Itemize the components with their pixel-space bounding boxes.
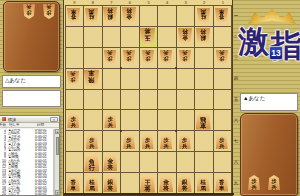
board-square-4b[interactable] <box>158 27 176 48</box>
gote-hand-piece-歩[interactable]: 歩兵 <box>23 4 35 19</box>
kifu-window: 棋譜 × 手数 指し手 時間 1▲2六歩0:00:012△8四歩0:00:013… <box>0 115 60 196</box>
board-square-7g[interactable] <box>103 131 121 152</box>
board-square-8b[interactable] <box>84 27 102 48</box>
board-square-7e[interactable] <box>103 90 121 111</box>
board-square-4h[interactable] <box>158 152 176 173</box>
board-square-9e[interactable] <box>66 90 84 111</box>
board-square-1d[interactable] <box>214 69 232 90</box>
kifu-window-icon <box>2 117 6 121</box>
sente-hand-piece-歩[interactable]: 歩兵 <box>268 175 280 190</box>
board-square-6e[interactable] <box>121 90 139 111</box>
board-square-2e[interactable] <box>195 90 213 111</box>
gote-captured-pieces-stand[interactable]: 歩兵歩兵 <box>3 1 60 72</box>
kifu-move-list: 1▲2六歩0:00:012△8四歩0:00:013▲2五歩0:00:024△8五… <box>0 129 54 195</box>
kifu-header-move: 指し手 <box>7 123 35 127</box>
board-bottom-edge <box>64 193 234 195</box>
rank-label-8: 八 <box>233 160 239 165</box>
board-square-3a[interactable] <box>177 6 195 27</box>
kifu-window-titlebar[interactable]: 棋譜 × <box>0 116 59 123</box>
board-square-3d[interactable] <box>177 69 195 90</box>
kifu-scrollbar-thumb[interactable] <box>56 137 60 155</box>
kifu-header-time: 時間 <box>35 123 52 127</box>
gekisashi-app-window: 歩兵歩兵 △あなた 987654321 香車桂馬銀将金将桂馬香車玉将金将銀将歩兵… <box>0 0 300 196</box>
kifu-window-title: 棋譜 <box>8 117 50 122</box>
board-square-9b[interactable] <box>66 27 84 48</box>
star-point <box>120 130 122 132</box>
gote-piece-玉-5b[interactable]: 玉将 <box>140 28 155 46</box>
rank-label-1: 一 <box>233 13 239 18</box>
board-square-9g[interactable] <box>66 131 84 152</box>
board-square-4d[interactable] <box>158 69 176 90</box>
board-square-1e[interactable] <box>214 90 232 111</box>
rank-label-4: 四 <box>233 76 239 81</box>
board-square-2c[interactable] <box>195 48 213 69</box>
scroll-up-arrow-icon[interactable]: ▲ <box>55 129 60 134</box>
board-square-8c[interactable] <box>84 48 102 69</box>
sente-hand-piece-歩[interactable]: 歩兵 <box>248 175 260 190</box>
board-square-5h[interactable] <box>140 152 158 173</box>
gote-player-label: △あなた <box>5 77 26 83</box>
board-square-7d[interactable] <box>103 69 121 90</box>
board-square-3e[interactable] <box>177 90 195 111</box>
gote-player-panel: △あなた <box>2 75 61 88</box>
board-square-5f[interactable] <box>140 110 158 131</box>
board-square-1b[interactable] <box>214 27 232 48</box>
board-square-7b[interactable] <box>103 27 121 48</box>
board-square-8e[interactable] <box>84 90 102 111</box>
board-square-1h[interactable] <box>214 152 232 173</box>
board-square-2h[interactable] <box>195 152 213 173</box>
board-square-4e[interactable] <box>158 90 176 111</box>
board-square-1f[interactable] <box>214 110 232 131</box>
board-square-4a[interactable] <box>158 6 176 27</box>
sente-captured-pieces-stand[interactable]: 歩兵歩兵 <box>240 113 298 196</box>
board-square-6i[interactable] <box>121 173 139 194</box>
board-square-6h[interactable] <box>121 152 139 173</box>
logo-kanji-1: 激 <box>238 26 269 57</box>
board-square-2g[interactable] <box>195 131 213 152</box>
board-square-4f[interactable] <box>158 110 176 131</box>
board-square-6f[interactable] <box>121 110 139 131</box>
gote-hand-piece-歩[interactable]: 歩兵 <box>43 4 55 19</box>
logo-version-badge: 13 <box>269 46 283 60</box>
board-square-3h[interactable] <box>177 152 195 173</box>
kifu-header-movenum: 手数 <box>0 123 7 127</box>
board-square-2d[interactable] <box>195 69 213 90</box>
sente-player-panel: ▲あなた <box>240 93 298 111</box>
board-square-5e[interactable] <box>140 90 158 111</box>
board-square-8f[interactable] <box>84 110 102 131</box>
rank-label-5: 五 <box>233 97 239 102</box>
board-square-6b[interactable] <box>121 27 139 48</box>
board-square-6d[interactable] <box>121 69 139 90</box>
rank-label-7: 七 <box>233 139 239 144</box>
rank-label-6: 六 <box>233 118 239 123</box>
kifu-scrollbar[interactable]: ▲ ▼ <box>54 129 59 195</box>
kifu-close-button[interactable]: × <box>50 117 58 122</box>
sente-player-label: ▲あなた <box>243 95 265 101</box>
kifu-column-headers: 手数 指し手 時間 <box>0 123 59 128</box>
gote-info-box <box>2 90 61 107</box>
board-square-5a[interactable] <box>140 6 158 27</box>
board-square-5d[interactable] <box>140 69 158 90</box>
scroll-down-arrow-icon[interactable]: ▼ <box>55 190 60 195</box>
kifu-move-row-20[interactable]: 20△5二玉0:00:01 <box>0 193 53 195</box>
board-square-9c[interactable] <box>66 48 84 69</box>
board-square-3f[interactable] <box>177 110 195 131</box>
star-point <box>120 67 122 69</box>
logo-crown-ornament-icon <box>248 9 296 24</box>
board-square-9h[interactable] <box>66 152 84 173</box>
rank-label-9: 九 <box>233 181 239 186</box>
